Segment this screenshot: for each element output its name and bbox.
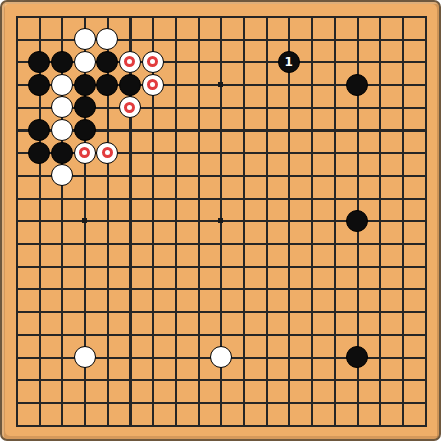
- stone-white-circle-marked: [119, 51, 141, 73]
- stone-black: [28, 51, 50, 73]
- stone-black-numbered: 1: [278, 51, 300, 73]
- stone-white: [51, 119, 73, 141]
- stone-black: [74, 74, 96, 96]
- stone-black: [74, 96, 96, 118]
- stone-white: [74, 51, 96, 73]
- circle-mark: [124, 56, 135, 67]
- stone-black: [119, 74, 141, 96]
- circle-mark: [79, 147, 90, 158]
- circle-mark: [102, 147, 113, 158]
- star-point: [218, 82, 223, 87]
- circle-mark: [147, 56, 158, 67]
- stone-black: [28, 142, 50, 164]
- stone-white-circle-marked: [142, 51, 164, 73]
- stone-black: [51, 142, 73, 164]
- stone-white: [51, 96, 73, 118]
- stone-black: [51, 51, 73, 73]
- stone-black: [74, 119, 96, 141]
- stone-black: [346, 210, 368, 232]
- stone-white-circle-marked: [142, 74, 164, 96]
- star-point: [82, 218, 87, 223]
- stone-white: [74, 346, 96, 368]
- move-number-label: 1: [285, 56, 293, 68]
- stone-white-circle-marked: [96, 142, 118, 164]
- star-point: [218, 218, 223, 223]
- stone-black: [346, 74, 368, 96]
- board-cells: 1: [5, 5, 436, 436]
- stone-white: [51, 164, 73, 186]
- stone-white-circle-marked: [74, 142, 96, 164]
- stone-white: [51, 74, 73, 96]
- circle-mark: [124, 102, 135, 113]
- stone-black: [28, 74, 50, 96]
- stone-white: [96, 28, 118, 50]
- stone-white: [74, 28, 96, 50]
- stone-white: [210, 346, 232, 368]
- circle-mark: [147, 79, 158, 90]
- stone-black: [28, 119, 50, 141]
- stone-black: [346, 346, 368, 368]
- stone-white-circle-marked: [119, 96, 141, 118]
- stone-black: [96, 74, 118, 96]
- go-board: 1: [0, 0, 441, 441]
- stone-black: [96, 51, 118, 73]
